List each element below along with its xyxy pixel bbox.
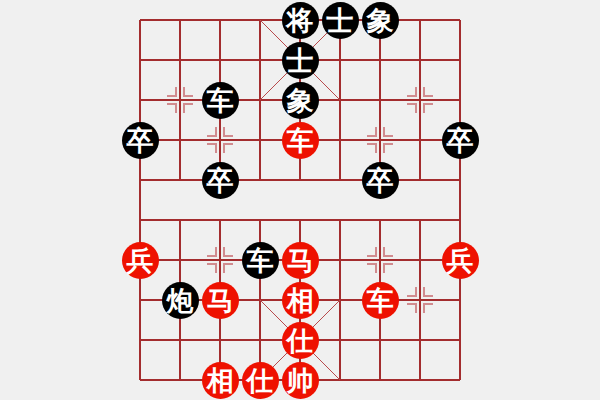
piece-black-advisor[interactable]: 士 [322,2,359,39]
piece-black-chariot[interactable]: 车 [202,82,239,119]
piece-black-soldier[interactable]: 卒 [442,122,479,159]
piece-black-soldier[interactable]: 卒 [202,162,239,199]
piece-red-chariot[interactable]: 车 [362,282,399,319]
piece-black-chariot[interactable]: 车 [242,242,279,279]
piece-black-advisor[interactable]: 士 [282,42,319,79]
xiangqi-board: 将士象士车象卒车卒卒卒兵车马兵炮马相车仕相仕帅 [0,0,600,400]
piece-black-general[interactable]: 将 [282,2,319,39]
piece-black-soldier[interactable]: 卒 [362,162,399,199]
piece-red-soldier[interactable]: 兵 [442,242,479,279]
piece-red-soldier[interactable]: 兵 [122,242,159,279]
piece-red-general[interactable]: 帅 [282,362,319,399]
piece-red-advisor[interactable]: 仕 [242,362,279,399]
piece-black-elephant[interactable]: 象 [282,82,319,119]
piece-black-cannon[interactable]: 炮 [162,282,199,319]
piece-black-elephant[interactable]: 象 [362,2,399,39]
piece-red-horse[interactable]: 马 [282,242,319,279]
piece-layer: 将士象士车象卒车卒卒卒兵车马兵炮马相车仕相仕帅 [120,0,480,400]
piece-red-advisor[interactable]: 仕 [282,322,319,359]
piece-red-chariot[interactable]: 车 [282,122,319,159]
piece-black-soldier[interactable]: 卒 [122,122,159,159]
piece-red-elephant[interactable]: 相 [202,362,239,399]
piece-red-elephant[interactable]: 相 [282,282,319,319]
piece-red-horse[interactable]: 马 [202,282,239,319]
